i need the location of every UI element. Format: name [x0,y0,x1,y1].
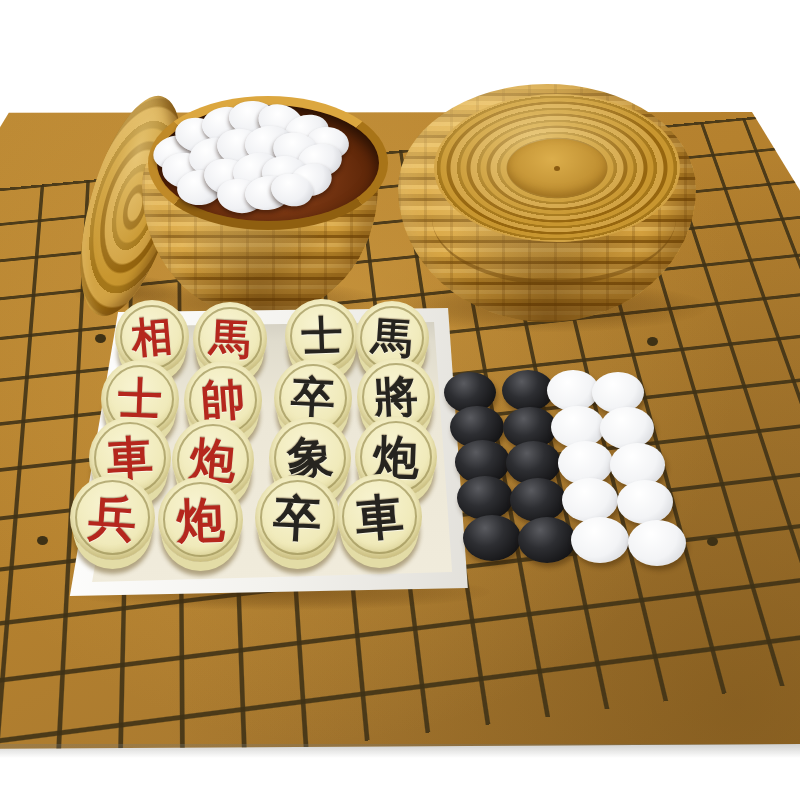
mat-edge-shadow [0,744,800,758]
piece-character: 炮 [156,475,244,563]
xiangqi-piece-black: 卒 [255,475,340,560]
black-go-stone [457,476,514,521]
piece-character: 兵 [67,472,158,563]
white-go-stone [600,407,654,449]
black-go-stone [463,515,521,561]
star-point [707,537,718,546]
black-go-stone [510,478,567,523]
white-go-stone [592,372,644,413]
white-go-stone [562,478,619,523]
xiangqi-piece-red: 兵 [70,475,155,560]
xiangqi-piece-red: 炮 [158,477,243,562]
star-point [647,337,658,346]
black-go-stone [518,517,576,563]
star-point [37,536,48,545]
white-go-stone [571,517,629,563]
lid-body-seam [432,152,676,285]
white-go-stone [628,520,686,566]
star-point [95,334,106,343]
xiangqi-piece-black: 車 [337,474,422,559]
piece-character: 車 [333,470,425,562]
piece-character: 卒 [252,472,341,561]
product-photo-stage: 相馬士馬士帥卒將車炮象炮兵炮卒車 [0,0,800,800]
white-go-stone [617,480,674,525]
